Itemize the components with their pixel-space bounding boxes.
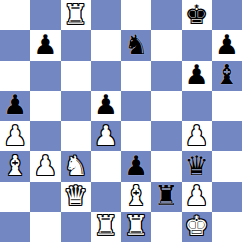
square-e3[interactable]: ♟ [121,151,151,181]
square-e8[interactable] [121,0,151,30]
square-b5[interactable] [30,91,60,121]
square-e4[interactable] [121,121,151,151]
piece-black-pawn: ♟ [94,91,118,118]
square-h6[interactable]: ♝ [212,61,242,91]
square-e7[interactable]: ♞ [121,30,151,60]
piece-black-pawn: ♟ [185,61,209,88]
square-b3[interactable]: ♟ [30,151,60,181]
square-a4[interactable]: ♟ [0,121,30,151]
square-e6[interactable] [121,61,151,91]
piece-white-bishop: ♝ [124,182,148,209]
square-a6[interactable] [0,61,30,91]
piece-black-pawn: ♟ [124,152,148,179]
piece-white-bishop: ♝ [3,152,27,179]
square-g1[interactable]: ♚ [182,212,212,242]
square-f4[interactable] [151,121,181,151]
square-e1[interactable]: ♜ [121,212,151,242]
square-d8[interactable] [91,0,121,30]
square-d3[interactable] [91,151,121,181]
square-d6[interactable] [91,61,121,91]
square-d4[interactable]: ♟ [91,121,121,151]
piece-white-pawn: ♟ [3,122,27,149]
square-d2[interactable] [91,182,121,212]
square-c5[interactable] [61,91,91,121]
piece-white-king: ♚ [185,212,209,239]
square-g2[interactable]: ♟ [182,182,212,212]
square-h3[interactable] [212,151,242,181]
piece-white-pawn: ♟ [94,122,118,149]
square-e2[interactable]: ♝ [121,182,151,212]
piece-white-pawn: ♟ [33,152,57,179]
piece-black-pawn: ♟ [33,31,57,58]
square-a1[interactable] [0,212,30,242]
piece-black-pawn: ♟ [215,31,239,58]
piece-black-pawn: ♟ [3,91,27,118]
piece-black-knight: ♞ [124,31,148,58]
square-b6[interactable] [30,61,60,91]
piece-black-rook: ♜ [154,182,178,209]
square-h1[interactable] [212,212,242,242]
square-d1[interactable]: ♜ [91,212,121,242]
square-a5[interactable]: ♟ [0,91,30,121]
square-d7[interactable] [91,30,121,60]
square-f1[interactable] [151,212,181,242]
square-f5[interactable] [151,91,181,121]
piece-white-queen: ♛ [64,182,88,209]
square-c2[interactable]: ♛ [61,182,91,212]
square-c7[interactable] [61,30,91,60]
piece-black-queen: ♛ [185,152,209,179]
square-c1[interactable] [61,212,91,242]
square-h8[interactable] [212,0,242,30]
square-g7[interactable] [182,30,212,60]
square-f2[interactable]: ♜ [151,182,181,212]
square-c6[interactable] [61,61,91,91]
square-h2[interactable] [212,182,242,212]
square-a7[interactable] [0,30,30,60]
piece-black-king: ♚ [185,1,209,28]
piece-white-knight: ♞ [64,152,88,179]
square-f8[interactable] [151,0,181,30]
square-d5[interactable]: ♟ [91,91,121,121]
square-b4[interactable] [30,121,60,151]
square-c8[interactable]: ♜ [61,0,91,30]
square-b8[interactable] [30,0,60,30]
square-g3[interactable]: ♛ [182,151,212,181]
square-g6[interactable]: ♟ [182,61,212,91]
square-f6[interactable] [151,61,181,91]
square-f7[interactable] [151,30,181,60]
piece-white-rook: ♜ [124,212,148,239]
piece-white-pawn: ♟ [185,122,209,149]
square-a2[interactable] [0,182,30,212]
piece-white-pawn: ♟ [185,182,209,209]
square-b1[interactable] [30,212,60,242]
square-c3[interactable]: ♞ [61,151,91,181]
square-b2[interactable] [30,182,60,212]
square-g8[interactable]: ♚ [182,0,212,30]
square-f3[interactable] [151,151,181,181]
square-h4[interactable] [212,121,242,151]
piece-white-rook: ♜ [64,1,88,28]
square-g5[interactable] [182,91,212,121]
piece-white-rook: ♜ [94,212,118,239]
square-e5[interactable] [121,91,151,121]
chess-board: ♜♚♟♞♟♟♝♟♟♟♟♟♝♟♞♟♛♛♝♜♟♜♜♚ [0,0,242,242]
square-g4[interactable]: ♟ [182,121,212,151]
square-h5[interactable] [212,91,242,121]
square-c4[interactable] [61,121,91,151]
square-b7[interactable]: ♟ [30,30,60,60]
piece-black-bishop: ♝ [215,61,239,88]
square-a8[interactable] [0,0,30,30]
square-a3[interactable]: ♝ [0,151,30,181]
square-h7[interactable]: ♟ [212,30,242,60]
